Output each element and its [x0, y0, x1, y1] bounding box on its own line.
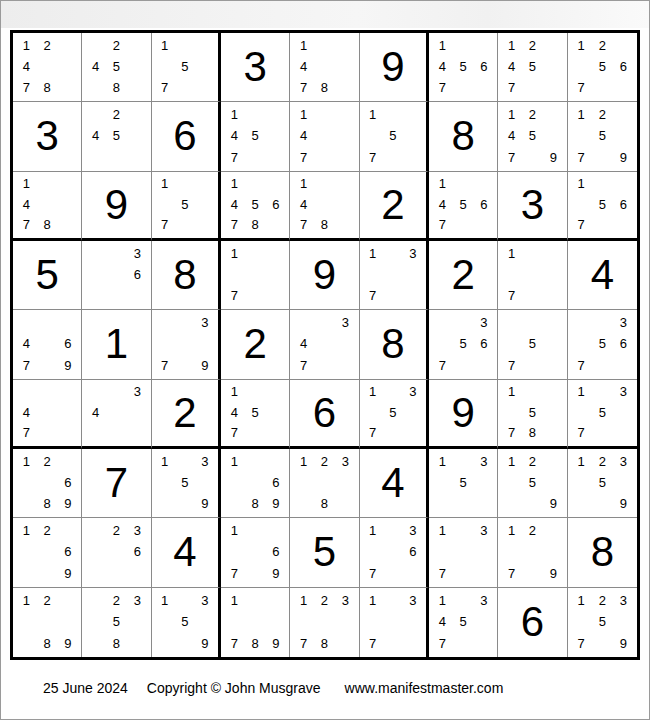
candidate-empty	[543, 520, 564, 541]
candidate: 3	[613, 590, 634, 611]
candidate-empty	[85, 590, 106, 611]
candidate-empty	[155, 633, 175, 654]
candidate-empty	[85, 541, 106, 562]
candidate: 8	[314, 77, 335, 98]
candidate-empty	[245, 472, 266, 493]
cell-value: 4	[173, 531, 196, 573]
candidate: 9	[543, 147, 564, 168]
candidate: 4	[224, 402, 245, 422]
candidate-empty	[58, 402, 79, 422]
candidate-empty	[335, 611, 356, 632]
candidate: 9	[266, 563, 287, 584]
candidate: 3	[474, 590, 495, 611]
candidate: 6	[613, 194, 634, 214]
candidate: 7	[293, 147, 314, 168]
candidate-empty	[85, 382, 106, 402]
candidate-empty	[543, 104, 564, 125]
candidate-empty	[85, 423, 106, 443]
candidates-grid: 36	[85, 243, 147, 306]
candidate: 7	[432, 355, 453, 376]
candidate-empty	[335, 35, 356, 56]
candidate: 5	[175, 611, 195, 632]
candidate-empty	[432, 541, 453, 562]
candidate-empty	[571, 472, 592, 493]
candidate: 5	[522, 333, 543, 354]
candidate-empty	[543, 243, 564, 264]
candidate: 7	[293, 355, 314, 376]
candidate-empty	[592, 493, 613, 514]
cell-r4c7[interactable]: 2	[429, 241, 498, 310]
candidate-empty	[363, 125, 383, 146]
cell-r1c5[interactable]: 1478	[290, 33, 359, 102]
cell-r8c9[interactable]: 8	[568, 518, 637, 587]
candidate-empty	[195, 35, 215, 56]
candidate: 7	[363, 285, 383, 306]
candidate: 2	[592, 451, 613, 472]
cell-r3c8[interactable]: 3	[498, 172, 567, 241]
candidate: 3	[474, 520, 495, 541]
cell-value: 8	[591, 531, 614, 573]
candidate: 3	[613, 312, 634, 333]
cell-r2c6[interactable]: 157	[360, 102, 429, 171]
candidate-empty	[403, 563, 423, 584]
candidates-grid: 17	[501, 243, 563, 306]
candidate-empty	[37, 402, 58, 422]
candidate: 5	[383, 402, 403, 422]
candidates-grid: 347	[293, 312, 355, 375]
candidates-grid: 3567	[432, 312, 494, 375]
candidate: 1	[432, 590, 453, 611]
cell-r2c5[interactable]: 147	[290, 102, 359, 171]
cell-r9c4[interactable]: 1789	[221, 588, 290, 657]
candidate: 4	[501, 125, 522, 146]
candidate-empty	[224, 493, 245, 514]
candidate-empty	[266, 104, 287, 125]
cell-r4c1[interactable]: 5	[13, 241, 82, 310]
candidate-empty	[613, 125, 634, 146]
cell-r6c2[interactable]: 34	[82, 380, 151, 449]
cell-r6c3[interactable]: 2	[152, 380, 221, 449]
candidate-empty	[37, 333, 58, 354]
candidate: 5	[245, 402, 266, 422]
cell-r1c6[interactable]: 9	[360, 33, 429, 102]
candidate-empty	[245, 382, 266, 402]
cell-r5c4[interactable]: 2	[221, 310, 290, 379]
candidate: 8	[245, 633, 266, 654]
cell-r4c5[interactable]: 9	[290, 241, 359, 310]
candidate: 1	[432, 451, 453, 472]
cell-r9c9[interactable]: 123579	[568, 588, 637, 657]
cell-r7c4[interactable]: 1689	[221, 449, 290, 518]
cell-r3c5[interactable]: 1478	[290, 172, 359, 241]
candidate-empty	[613, 35, 634, 56]
candidate: 5	[592, 125, 613, 146]
candidate-empty	[58, 77, 79, 98]
candidate-empty	[335, 56, 356, 77]
cell-r9c5[interactable]: 12378	[290, 588, 359, 657]
candidate: 6	[266, 472, 287, 493]
candidate-empty	[37, 423, 58, 443]
candidate: 4	[16, 333, 37, 354]
cell-r9c8[interactable]: 6	[498, 588, 567, 657]
candidates-grid: 12457	[501, 35, 563, 98]
candidate-empty	[403, 402, 423, 422]
candidate-empty	[85, 520, 106, 541]
candidate-empty	[314, 56, 335, 77]
candidate-empty	[522, 355, 543, 376]
candidate: 9	[543, 563, 564, 584]
cell-r3c1[interactable]: 1478	[13, 172, 82, 241]
candidate-empty	[127, 563, 148, 584]
candidate: 6	[474, 333, 495, 354]
cell-r3c2[interactable]: 9	[82, 172, 151, 241]
candidate-empty	[383, 382, 403, 402]
cell-value: 6	[521, 601, 544, 643]
candidates-grid: 157	[363, 104, 423, 167]
candidate-empty	[314, 611, 335, 632]
candidate-empty	[266, 215, 287, 235]
candidate: 6	[403, 541, 423, 562]
candidate-empty	[106, 147, 127, 168]
candidate: 9	[58, 563, 79, 584]
cell-r7c7[interactable]: 135	[429, 449, 498, 518]
candidate-empty	[335, 104, 356, 125]
cell-r4c6[interactable]: 137	[360, 241, 429, 310]
candidate-empty	[474, 563, 495, 584]
cell-r1c4[interactable]: 3	[221, 33, 290, 102]
candidate: 1	[432, 35, 453, 56]
cell-r6c5[interactable]: 6	[290, 380, 359, 449]
candidate: 6	[58, 333, 79, 354]
candidate: 2	[106, 520, 127, 541]
candidate-empty	[571, 493, 592, 514]
candidate-empty	[245, 285, 266, 306]
cell-r5c7[interactable]: 3567	[429, 310, 498, 379]
candidate: 1	[155, 35, 175, 56]
candidates-grid: 236	[85, 520, 147, 583]
candidate: 6	[127, 264, 148, 285]
candidate: 7	[293, 633, 314, 654]
cell-r7c8[interactable]: 1259	[498, 449, 567, 518]
candidate-empty	[16, 493, 37, 514]
candidate: 5	[453, 194, 474, 214]
candidate: 9	[613, 147, 634, 168]
candidate-empty	[58, 312, 79, 333]
cell-r1c9[interactable]: 12567	[568, 33, 637, 102]
cell-r5c6[interactable]: 8	[360, 310, 429, 379]
cell-r6c7[interactable]: 9	[429, 380, 498, 449]
candidate: 7	[224, 147, 245, 168]
cell-r1c7[interactable]: 14567	[429, 33, 498, 102]
cell-r8c4[interactable]: 1679	[221, 518, 290, 587]
candidate-empty	[543, 402, 564, 422]
candidate: 2	[522, 104, 543, 125]
candidate-empty	[37, 382, 58, 402]
cell-r7c3[interactable]: 1359	[152, 449, 221, 518]
candidate-empty	[314, 125, 335, 146]
cell-r2c8[interactable]: 124579	[498, 102, 567, 171]
candidate-empty	[195, 194, 215, 214]
candidate-empty	[335, 355, 356, 376]
candidate: 3	[195, 451, 215, 472]
cell-r6c4[interactable]: 1457	[221, 380, 290, 449]
cell-r6c1[interactable]: 47	[13, 380, 82, 449]
candidate: 7	[571, 355, 592, 376]
candidate-empty	[58, 382, 79, 402]
candidate: 9	[613, 493, 634, 514]
candidates-grid: 1789	[224, 590, 286, 654]
cell-r3c7[interactable]: 14567	[429, 172, 498, 241]
candidates-grid: 1689	[224, 451, 286, 514]
candidate: 1	[293, 590, 314, 611]
cell-r4c4[interactable]: 17	[221, 241, 290, 310]
candidate-empty	[453, 77, 474, 98]
cell-r4c9[interactable]: 4	[568, 241, 637, 310]
candidate-empty	[335, 125, 356, 146]
cell-value: 1	[105, 323, 128, 365]
candidate-empty	[543, 382, 564, 402]
cell-r9c3[interactable]: 1359	[152, 588, 221, 657]
cell-r4c3[interactable]: 8	[152, 241, 221, 310]
candidate: 1	[16, 174, 37, 194]
cell-r6c8[interactable]: 1578	[498, 380, 567, 449]
candidate: 7	[501, 355, 522, 376]
candidate-empty	[383, 590, 403, 611]
candidate-empty	[293, 472, 314, 493]
cell-r7c2[interactable]: 7	[82, 449, 151, 518]
candidate-empty	[58, 611, 79, 632]
candidate-empty	[592, 423, 613, 443]
candidate-empty	[175, 451, 195, 472]
cell-value: 9	[451, 392, 474, 434]
cell-r8c5[interactable]: 5	[290, 518, 359, 587]
cell-r2c2[interactable]: 245	[82, 102, 151, 171]
candidate-empty	[383, 264, 403, 285]
candidate: 3	[195, 590, 215, 611]
candidate: 4	[16, 194, 37, 214]
candidate: 9	[58, 493, 79, 514]
candidate-empty	[592, 147, 613, 168]
candidates-grid: 124579	[501, 104, 563, 167]
candidate-empty	[195, 333, 215, 354]
candidate-empty	[571, 125, 592, 146]
cell-r9c1[interactable]: 1289	[13, 588, 82, 657]
candidates-grid: 12689	[16, 451, 78, 514]
sudoku-board: 1247824581573147891456712457125673245614…	[10, 30, 640, 660]
cell-r9c7[interactable]: 13457	[429, 588, 498, 657]
candidate-empty	[245, 520, 266, 541]
candidate: 4	[293, 333, 314, 354]
candidate-empty	[37, 312, 58, 333]
cell-r3c6[interactable]: 2	[360, 172, 429, 241]
candidate: 1	[224, 104, 245, 125]
cell-r2c3[interactable]: 6	[152, 102, 221, 171]
cell-value: 3	[243, 46, 266, 88]
cell-r6c6[interactable]: 1357	[360, 380, 429, 449]
cell-r7c6[interactable]: 4	[360, 449, 429, 518]
candidate: 9	[195, 493, 215, 514]
cell-r5c3[interactable]: 379	[152, 310, 221, 379]
candidate: 5	[592, 56, 613, 77]
candidate-empty	[106, 243, 127, 264]
cell-value: 9	[313, 254, 336, 296]
candidates-grid: 12359	[571, 451, 634, 514]
cell-value: 4	[381, 462, 404, 504]
candidate-empty	[106, 382, 127, 402]
candidate: 1	[224, 520, 245, 541]
candidates-grid: 1289	[16, 590, 78, 654]
cell-r2c7[interactable]: 8	[429, 102, 498, 171]
candidate-empty	[58, 174, 79, 194]
candidate-empty	[155, 194, 175, 214]
candidate: 1	[155, 174, 175, 194]
cell-r1c8[interactable]: 12457	[498, 33, 567, 102]
candidate-empty	[37, 174, 58, 194]
candidate: 7	[224, 423, 245, 443]
candidate-empty	[16, 611, 37, 632]
candidate: 3	[127, 590, 148, 611]
candidate-empty	[613, 77, 634, 98]
cell-value: 3	[521, 184, 544, 226]
cell-r3c9[interactable]: 1567	[568, 172, 637, 241]
candidate: 7	[432, 215, 453, 235]
cell-r8c6[interactable]: 1367	[360, 518, 429, 587]
candidate-empty	[522, 563, 543, 584]
candidate-empty	[335, 333, 356, 354]
candidates-grid: 1478	[293, 35, 355, 98]
candidate-empty	[85, 147, 106, 168]
cell-r8c3[interactable]: 4	[152, 518, 221, 587]
candidate-empty	[543, 285, 564, 306]
candidates-grid: 2458	[85, 35, 147, 98]
cell-r4c8[interactable]: 17	[498, 241, 567, 310]
candidate-empty	[522, 147, 543, 168]
candidate: 3	[403, 520, 423, 541]
candidate: 9	[266, 633, 287, 654]
candidate: 7	[224, 563, 245, 584]
candidate-empty	[58, 423, 79, 443]
cell-r8c7[interactable]: 137	[429, 518, 498, 587]
cell-r5c1[interactable]: 4679	[13, 310, 82, 379]
candidate-empty	[155, 333, 175, 354]
candidate: 3	[195, 312, 215, 333]
cell-r5c2[interactable]: 1	[82, 310, 151, 379]
candidate: 8	[245, 493, 266, 514]
candidates-grid: 1367	[363, 520, 423, 583]
candidate-empty	[127, 402, 148, 422]
cell-r5c5[interactable]: 347	[290, 310, 359, 379]
candidate-empty	[403, 285, 423, 306]
candidate: 5	[175, 472, 195, 493]
candidate-empty	[501, 402, 522, 422]
candidate: 1	[224, 382, 245, 402]
cell-value: 5	[35, 254, 58, 296]
candidate: 3	[127, 382, 148, 402]
candidate: 1	[16, 451, 37, 472]
candidate: 5	[175, 56, 195, 77]
cell-r2c1[interactable]: 3	[13, 102, 82, 171]
candidate-empty	[175, 355, 195, 376]
candidate: 4	[16, 56, 37, 77]
candidate-empty	[522, 264, 543, 285]
cell-r7c9[interactable]: 12359	[568, 449, 637, 518]
cell-r8c2[interactable]: 236	[82, 518, 151, 587]
candidate-empty	[543, 355, 564, 376]
candidate-empty	[543, 125, 564, 146]
candidate: 3	[335, 590, 356, 611]
candidates-grid: 1578	[501, 382, 563, 443]
cell-r1c2[interactable]: 2458	[82, 33, 151, 102]
footer-copyright: Copyright © John Musgrave	[147, 680, 321, 696]
candidate: 3	[613, 451, 634, 472]
candidate: 9	[58, 633, 79, 654]
candidate-empty	[335, 77, 356, 98]
candidate-empty	[293, 493, 314, 514]
candidate: 9	[613, 633, 634, 654]
candidate: 1	[571, 590, 592, 611]
candidate-empty	[592, 77, 613, 98]
cell-r8c8[interactable]: 1279	[498, 518, 567, 587]
candidates-grid: 145678	[224, 174, 286, 235]
candidates-grid: 12478	[16, 35, 78, 98]
candidate: 1	[363, 243, 383, 264]
candidate: 4	[224, 194, 245, 214]
candidate-empty	[613, 472, 634, 493]
cell-r1c3[interactable]: 157	[152, 33, 221, 102]
cell-r5c8[interactable]: 57	[498, 310, 567, 379]
candidate-empty	[314, 312, 335, 333]
candidates-grid: 157	[155, 35, 215, 98]
candidate: 1	[293, 174, 314, 194]
candidate: 1	[571, 382, 592, 402]
cell-r7c5[interactable]: 1238	[290, 449, 359, 518]
cell-r8c1[interactable]: 1269	[13, 518, 82, 587]
cell-r3c3[interactable]: 157	[152, 172, 221, 241]
cell-r2c4[interactable]: 1457	[221, 102, 290, 171]
cell-r5c9[interactable]: 3567	[568, 310, 637, 379]
candidate-empty	[613, 104, 634, 125]
candidate-empty	[314, 355, 335, 376]
candidate: 1	[432, 174, 453, 194]
cell-r4c2[interactable]: 36	[82, 241, 151, 310]
cell-r1c1[interactable]: 12478	[13, 33, 82, 102]
candidates-grid: 2358	[85, 590, 147, 654]
candidate: 7	[501, 423, 522, 443]
candidate-empty	[127, 56, 148, 77]
candidate-empty	[106, 563, 127, 584]
cell-r6c9[interactable]: 1357	[568, 380, 637, 449]
candidates-grid: 4679	[16, 312, 78, 375]
cell-r7c1[interactable]: 12689	[13, 449, 82, 518]
candidate: 6	[266, 541, 287, 562]
candidate: 1	[501, 382, 522, 402]
candidate: 4	[293, 194, 314, 214]
candidate: 1	[501, 35, 522, 56]
candidate: 2	[522, 35, 543, 56]
candidate: 7	[571, 147, 592, 168]
candidate: 6	[58, 541, 79, 562]
candidate-empty	[613, 215, 634, 235]
candidate: 9	[195, 633, 215, 654]
candidate-empty	[266, 243, 287, 264]
cell-r9c2[interactable]: 2358	[82, 588, 151, 657]
cell-r3c4[interactable]: 145678	[221, 172, 290, 241]
cell-r9c6[interactable]: 137	[360, 588, 429, 657]
candidate-empty	[383, 563, 403, 584]
page: 1247824581573147891456712457125673245614…	[0, 0, 650, 720]
candidate-empty	[543, 312, 564, 333]
cell-r2c9[interactable]: 12579	[568, 102, 637, 171]
